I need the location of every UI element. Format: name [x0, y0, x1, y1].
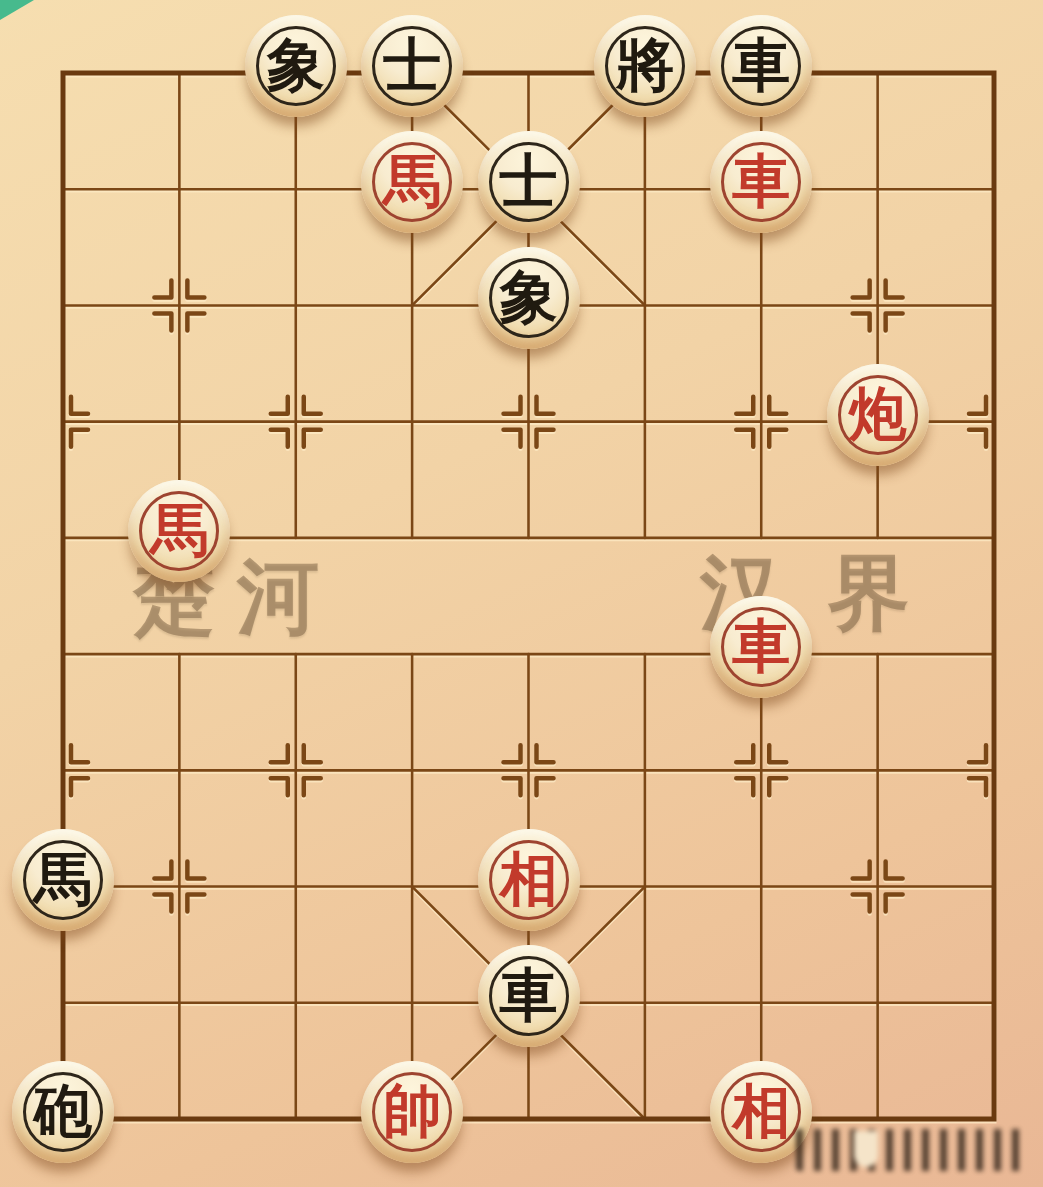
piece-black-elephant[interactable]: 象 — [245, 15, 347, 117]
piece-black-horse[interactable]: 馬 — [12, 829, 114, 931]
piece-glyph: 炮 — [827, 363, 929, 465]
piece-glyph: 士 — [478, 130, 580, 232]
piece-glyph: 士 — [361, 14, 463, 116]
piece-glyph: 車 — [710, 14, 812, 116]
xiangqi-board: 楚河 汉界 象士將車馬士車象炮馬車馬相車砲帥相 — [0, 0, 1043, 1187]
piece-glyph: 砲 — [12, 1060, 114, 1162]
piece-black-elephant[interactable]: 象 — [478, 247, 580, 349]
watermark-blur — [796, 1129, 1028, 1171]
piece-black-general[interactable]: 將 — [594, 15, 696, 117]
piece-red-chariot[interactable]: 車 — [710, 596, 812, 698]
piece-red-general[interactable]: 帥 — [361, 1061, 463, 1163]
piece-black-advisor[interactable]: 士 — [361, 15, 463, 117]
piece-glyph: 將 — [594, 14, 696, 116]
piece-glyph: 馬 — [361, 130, 463, 232]
piece-black-chariot[interactable]: 車 — [478, 945, 580, 1047]
piece-glyph: 車 — [710, 130, 812, 232]
piece-black-advisor[interactable]: 士 — [478, 131, 580, 233]
piece-black-cannon[interactable]: 砲 — [12, 1061, 114, 1163]
piece-red-chariot[interactable]: 車 — [710, 131, 812, 233]
piece-black-chariot[interactable]: 車 — [710, 15, 812, 117]
piece-glyph: 車 — [478, 944, 580, 1046]
piece-glyph: 帥 — [361, 1060, 463, 1162]
piece-red-horse[interactable]: 馬 — [128, 480, 230, 582]
piece-red-cannon[interactable]: 炮 — [827, 364, 929, 466]
piece-glyph: 馬 — [128, 479, 230, 581]
piece-glyph: 車 — [710, 595, 812, 697]
piece-glyph: 象 — [245, 14, 347, 116]
piece-glyph: 馬 — [12, 828, 114, 930]
piece-red-horse[interactable]: 馬 — [361, 131, 463, 233]
piece-glyph: 象 — [478, 246, 580, 348]
piece-red-elephant[interactable]: 相 — [478, 829, 580, 931]
watermark-light-bar — [854, 1131, 878, 1167]
piece-glyph: 相 — [478, 828, 580, 930]
